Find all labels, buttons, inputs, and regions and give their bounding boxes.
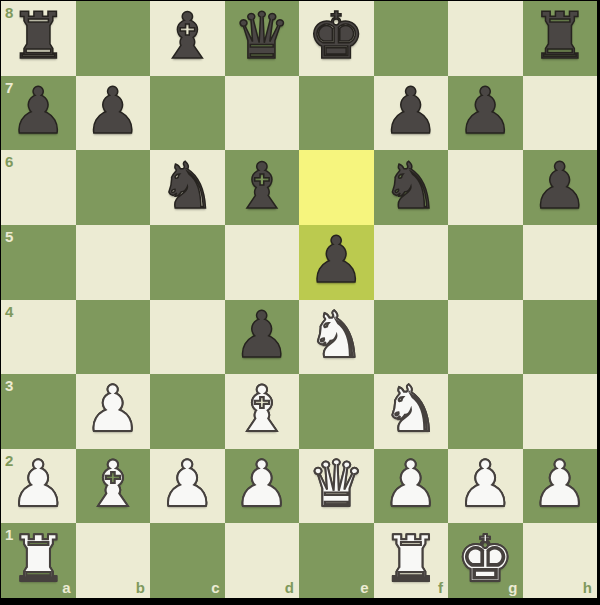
piece-white-pawn[interactable]: ♟ xyxy=(233,452,290,516)
piece-black-queen[interactable]: ♛ xyxy=(233,4,290,68)
square-h4[interactable] xyxy=(523,300,598,375)
piece-white-pawn[interactable]: ♟ xyxy=(382,452,439,516)
file-label-b: b xyxy=(136,580,145,595)
square-g2[interactable]: ♟ xyxy=(448,449,523,524)
file-label-c: c xyxy=(211,580,219,595)
piece-black-pawn[interactable]: ♟ xyxy=(308,228,365,292)
square-f1[interactable]: f♜ xyxy=(374,523,449,598)
square-a7[interactable]: 7♟ xyxy=(1,76,76,151)
square-h8[interactable]: ♜ xyxy=(523,1,598,76)
piece-white-knight[interactable]: ♞ xyxy=(382,377,439,441)
piece-white-pawn[interactable]: ♟ xyxy=(531,452,588,516)
piece-black-pawn[interactable]: ♟ xyxy=(84,79,141,143)
square-e7[interactable] xyxy=(299,76,374,151)
piece-white-pawn[interactable]: ♟ xyxy=(457,452,514,516)
square-c6[interactable]: ♞ xyxy=(150,150,225,225)
square-e8[interactable]: ♚ xyxy=(299,1,374,76)
square-g3[interactable] xyxy=(448,374,523,449)
square-f5[interactable] xyxy=(374,225,449,300)
piece-white-king[interactable]: ♚ xyxy=(457,527,514,591)
square-c3[interactable] xyxy=(150,374,225,449)
square-g7[interactable]: ♟ xyxy=(448,76,523,151)
square-c8[interactable]: ♝ xyxy=(150,1,225,76)
square-e1[interactable]: e xyxy=(299,523,374,598)
square-f7[interactable]: ♟ xyxy=(374,76,449,151)
square-c2[interactable]: ♟ xyxy=(150,449,225,524)
piece-black-knight[interactable]: ♞ xyxy=(382,154,439,218)
square-a2[interactable]: 2♟ xyxy=(1,449,76,524)
piece-black-pawn[interactable]: ♟ xyxy=(233,303,290,367)
file-label-e: e xyxy=(360,580,368,595)
square-e3[interactable] xyxy=(299,374,374,449)
square-g1[interactable]: g♚ xyxy=(448,523,523,598)
square-h1[interactable]: h xyxy=(523,523,598,598)
piece-white-bishop[interactable]: ♝ xyxy=(233,377,290,441)
piece-black-pawn[interactable]: ♟ xyxy=(10,79,67,143)
piece-black-knight[interactable]: ♞ xyxy=(159,154,216,218)
piece-white-queen[interactable]: ♛ xyxy=(308,452,365,516)
square-f4[interactable] xyxy=(374,300,449,375)
rank-label-6: 6 xyxy=(5,154,13,169)
piece-black-bishop[interactable]: ♝ xyxy=(233,154,290,218)
square-a8[interactable]: 8♜ xyxy=(1,1,76,76)
piece-black-rook[interactable]: ♜ xyxy=(531,4,588,68)
piece-white-bishop[interactable]: ♝ xyxy=(84,452,141,516)
square-a3[interactable]: 3 xyxy=(1,374,76,449)
piece-black-bishop[interactable]: ♝ xyxy=(159,4,216,68)
piece-white-knight[interactable]: ♞ xyxy=(308,303,365,367)
square-h6[interactable]: ♟ xyxy=(523,150,598,225)
piece-white-rook[interactable]: ♜ xyxy=(10,527,67,591)
square-d1[interactable]: d xyxy=(225,523,300,598)
square-d3[interactable]: ♝ xyxy=(225,374,300,449)
rank-label-4: 4 xyxy=(5,304,13,319)
piece-black-pawn[interactable]: ♟ xyxy=(457,79,514,143)
square-f6[interactable]: ♞ xyxy=(374,150,449,225)
piece-black-king[interactable]: ♚ xyxy=(308,4,365,68)
square-h3[interactable] xyxy=(523,374,598,449)
piece-white-pawn[interactable]: ♟ xyxy=(159,452,216,516)
piece-white-pawn[interactable]: ♟ xyxy=(10,452,67,516)
square-h5[interactable] xyxy=(523,225,598,300)
square-c4[interactable] xyxy=(150,300,225,375)
square-h7[interactable] xyxy=(523,76,598,151)
square-c1[interactable]: c xyxy=(150,523,225,598)
square-a1[interactable]: 1a♜ xyxy=(1,523,76,598)
square-b5[interactable] xyxy=(76,225,151,300)
piece-black-pawn[interactable]: ♟ xyxy=(531,154,588,218)
square-b3[interactable]: ♟ xyxy=(76,374,151,449)
square-e6[interactable] xyxy=(299,150,374,225)
square-c5[interactable] xyxy=(150,225,225,300)
rank-label-3: 3 xyxy=(5,378,13,393)
square-g8[interactable] xyxy=(448,1,523,76)
square-c7[interactable] xyxy=(150,76,225,151)
piece-white-pawn[interactable]: ♟ xyxy=(84,377,141,441)
piece-black-rook[interactable]: ♜ xyxy=(10,4,67,68)
square-d2[interactable]: ♟ xyxy=(225,449,300,524)
file-label-h: h xyxy=(583,580,592,595)
square-a6[interactable]: 6 xyxy=(1,150,76,225)
square-a4[interactable]: 4 xyxy=(1,300,76,375)
square-g6[interactable] xyxy=(448,150,523,225)
square-b7[interactable]: ♟ xyxy=(76,76,151,151)
chess-board: 8♜♝♛♚♜7♟♟♟♟6♞♝♞♟5♟4♟♞3♟♝♞2♟♝♟♟♛♟♟♟1a♜bcd… xyxy=(1,1,597,598)
square-g4[interactable] xyxy=(448,300,523,375)
square-a5[interactable]: 5 xyxy=(1,225,76,300)
square-f2[interactable]: ♟ xyxy=(374,449,449,524)
square-b6[interactable] xyxy=(76,150,151,225)
square-d8[interactable]: ♛ xyxy=(225,1,300,76)
square-e2[interactable]: ♛ xyxy=(299,449,374,524)
square-b8[interactable] xyxy=(76,1,151,76)
square-e4[interactable]: ♞ xyxy=(299,300,374,375)
square-g5[interactable] xyxy=(448,225,523,300)
piece-white-rook[interactable]: ♜ xyxy=(382,527,439,591)
square-f3[interactable]: ♞ xyxy=(374,374,449,449)
square-d6[interactable]: ♝ xyxy=(225,150,300,225)
square-b4[interactable] xyxy=(76,300,151,375)
square-e5[interactable]: ♟ xyxy=(299,225,374,300)
square-d7[interactable] xyxy=(225,76,300,151)
square-f8[interactable] xyxy=(374,1,449,76)
file-label-d: d xyxy=(285,580,294,595)
chess-app-stage: 8♜♝♛♚♜7♟♟♟♟6♞♝♞♟5♟4♟♞3♟♝♞2♟♝♟♟♛♟♟♟1a♜bcd… xyxy=(0,0,600,605)
square-b2[interactable]: ♝ xyxy=(76,449,151,524)
square-h2[interactable]: ♟ xyxy=(523,449,598,524)
rank-label-5: 5 xyxy=(5,229,13,244)
piece-black-pawn[interactable]: ♟ xyxy=(382,79,439,143)
square-d4[interactable]: ♟ xyxy=(225,300,300,375)
square-b1[interactable]: b xyxy=(76,523,151,598)
square-d5[interactable] xyxy=(225,225,300,300)
